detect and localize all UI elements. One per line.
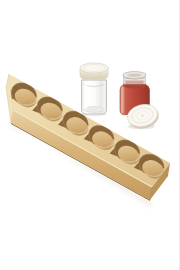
empty-jar-neck-shadow <box>82 79 107 81</box>
product-photo <box>0 0 180 270</box>
paint-jar-glass-highlight <box>121 87 124 113</box>
image-right-border <box>179 0 180 270</box>
empty-jar-highlight <box>85 83 87 110</box>
empty-jar <box>80 63 108 116</box>
paint-jar-rim-paint-hint <box>128 74 141 77</box>
scene-photo <box>0 0 180 270</box>
